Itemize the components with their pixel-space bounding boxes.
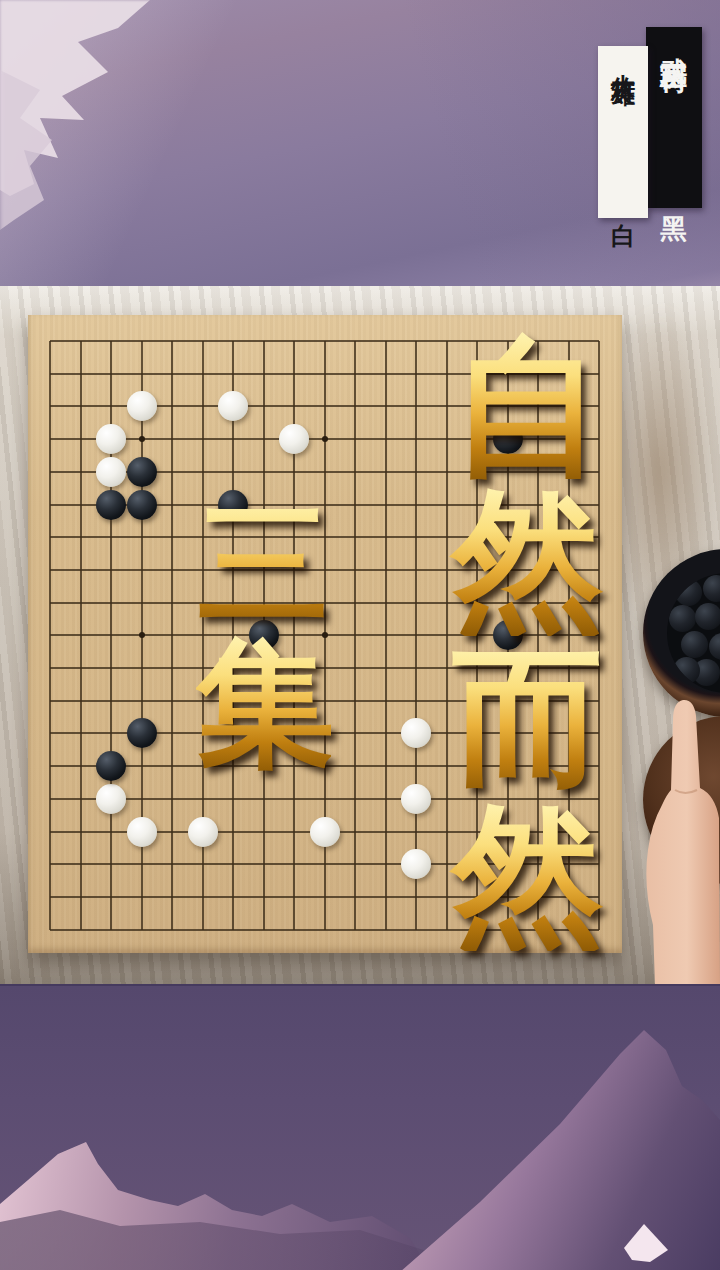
grid-line-vertical	[385, 341, 387, 930]
hand-shape	[646, 700, 720, 986]
white-player-name: 大竹英雄	[611, 54, 635, 66]
black-player-name: 武宫正树	[661, 36, 688, 48]
grid-line-vertical	[354, 341, 356, 930]
title-main-char: 自	[448, 330, 608, 482]
title-main-char: 然	[448, 484, 608, 636]
thumbnail-stage: 武宫正树 黑 大竹英雄 白 自然而然 三集	[0, 0, 720, 1270]
white-stone	[96, 457, 126, 487]
white-stone	[310, 817, 340, 847]
title-episode-char: 集	[196, 633, 331, 773]
grid-line-vertical	[415, 341, 417, 930]
black-stone	[96, 490, 126, 520]
black-stone	[127, 457, 157, 487]
star-point	[139, 632, 145, 638]
white-stone	[96, 424, 126, 454]
white-stone	[127, 817, 157, 847]
title-main-char: 然	[448, 799, 608, 951]
star-point	[322, 436, 328, 442]
white-stone	[401, 784, 431, 814]
hand	[595, 690, 720, 986]
white-player-tag: 大竹英雄 白	[598, 46, 648, 218]
white-stone	[401, 849, 431, 879]
star-point	[139, 436, 145, 442]
bowl-stone	[703, 575, 720, 602]
white-stone	[96, 784, 126, 814]
black-player-tag: 武宫正树 黑	[646, 27, 702, 208]
bowl-stone	[709, 633, 720, 660]
white-stone	[127, 391, 157, 421]
mountain-peak-right	[380, 1006, 720, 1270]
bottom-mountain-band	[0, 984, 720, 1270]
black-stone	[127, 490, 157, 520]
black-stone	[96, 751, 126, 781]
white-stone	[188, 817, 218, 847]
bowl-stone	[675, 579, 702, 606]
bowl-stone	[695, 603, 720, 630]
title-main-char: 而	[448, 642, 608, 794]
title-episode-char: 三	[196, 497, 331, 629]
white-player-color-label: 白	[611, 205, 635, 208]
black-stone	[127, 718, 157, 748]
white-stone	[279, 424, 309, 454]
bowl-stone	[669, 605, 696, 632]
black-player-color-label: 黑	[661, 195, 688, 198]
bowl-stone	[673, 657, 700, 684]
bowl-black-stones	[667, 573, 720, 694]
bowl-stone	[681, 631, 708, 658]
